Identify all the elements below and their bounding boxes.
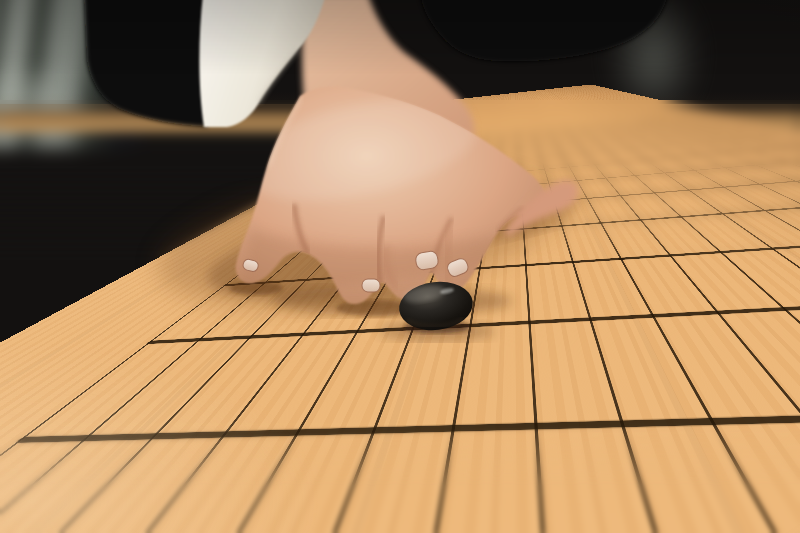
suit-sleeve-left (84, 0, 207, 127)
photo-stage: A player's hand in a dark suit with a wh… (0, 0, 800, 533)
ring-fingernail (362, 279, 380, 293)
depth-blur-near (0, 423, 800, 533)
